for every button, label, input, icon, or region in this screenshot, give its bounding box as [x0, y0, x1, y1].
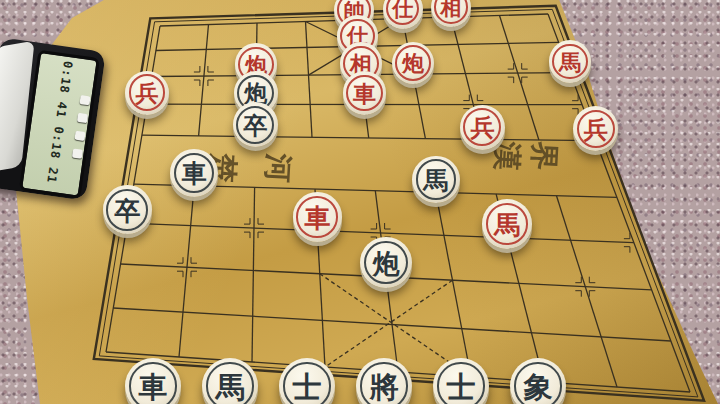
clock-time-player2: 0:18 21	[42, 112, 68, 197]
piece-black-soldier[interactable]: 卒	[233, 102, 278, 147]
piece-character: 將	[370, 373, 399, 402]
clock-button[interactable]	[77, 113, 88, 123]
piece-character: 兵	[584, 118, 608, 142]
piece-character: 車	[139, 373, 168, 402]
piece-character: 馬	[494, 212, 520, 238]
piece-character: 兵	[470, 116, 494, 140]
piece-red-chariot[interactable]: 車	[293, 192, 343, 242]
piece-character: 車	[182, 161, 207, 186]
piece-character: 仕	[392, 0, 413, 20]
clock-button[interactable]	[79, 95, 90, 105]
clock-button[interactable]	[74, 131, 85, 141]
piece-red-horse[interactable]: 馬	[549, 40, 591, 82]
piece-red-soldier[interactable]: 兵	[460, 105, 505, 150]
river-label-hanjie: 漢界	[492, 136, 558, 176]
piece-character: 卒	[243, 114, 267, 138]
piece-character: 士	[293, 373, 322, 402]
piece-character: 相	[441, 0, 462, 19]
piece-character: 馬	[559, 52, 581, 74]
piece-character: 馬	[216, 373, 245, 402]
river-label-chuhe: 楚河	[208, 148, 292, 188]
piece-character: 象	[524, 373, 553, 402]
piece-red-chariot[interactable]: 車	[343, 71, 387, 115]
piece-character: 炮	[402, 53, 424, 75]
xiangqi-game-photo: 楚河 漢界 帥仕相仕炮相炮馬兵炮車卒兵兵車馬卒車馬炮車馬士將士象 0:18 41…	[0, 0, 720, 404]
piece-character: 士	[447, 373, 476, 402]
piece-character: 馬	[423, 168, 448, 193]
piece-black-chariot[interactable]: 車	[170, 149, 218, 197]
piece-red-horse[interactable]: 馬	[482, 199, 532, 249]
piece-black-horse[interactable]: 馬	[412, 156, 460, 204]
piece-black-cannon[interactable]: 炮	[360, 237, 412, 289]
clock-button[interactable]	[72, 148, 83, 158]
piece-character: 兵	[136, 82, 159, 105]
piece-character: 卒	[114, 198, 140, 224]
piece-character: 車	[353, 83, 376, 106]
piece-character: 炮	[373, 250, 400, 277]
piece-red-soldier[interactable]: 兵	[125, 71, 169, 115]
piece-character: 車	[304, 205, 330, 231]
